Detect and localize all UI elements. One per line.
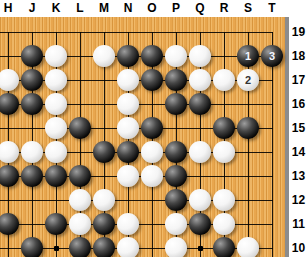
row-label-11: 11 — [289, 216, 308, 232]
row-label-14: 14 — [289, 144, 308, 160]
white-stone-R11 — [213, 213, 235, 235]
column-label-L: L — [68, 1, 92, 16]
row-label-10: 10 — [289, 240, 308, 256]
black-stone-R15 — [213, 117, 235, 139]
black-stone-O18 — [141, 45, 163, 67]
black-stone-T18: 3 — [261, 45, 283, 67]
go-game-screenshot: HJKLMNOPQRST 19181716151413121110 132 — [0, 0, 308, 257]
row-label-19: 19 — [289, 24, 308, 40]
column-label-R: R — [212, 1, 236, 16]
white-stone-L12 — [69, 189, 91, 211]
black-stone-M11 — [93, 213, 115, 235]
white-stone-N16 — [117, 93, 139, 115]
white-stone-K17 — [45, 69, 67, 91]
white-stone-N13 — [117, 165, 139, 187]
white-stone-J14 — [21, 141, 43, 163]
black-stone-Q11 — [189, 213, 211, 235]
black-stone-P13 — [165, 165, 187, 187]
white-stone-P18 — [165, 45, 187, 67]
black-stone-K11 — [45, 213, 67, 235]
black-stone-N18 — [117, 45, 139, 67]
black-stone-J16 — [21, 93, 43, 115]
white-stone-S17: 2 — [237, 69, 259, 91]
column-label-P: P — [164, 1, 188, 16]
star-point-K10 — [54, 246, 59, 251]
white-stone-K14 — [45, 141, 67, 163]
row-label-18: 18 — [289, 48, 308, 64]
black-stone-L13 — [69, 165, 91, 187]
black-stone-P16 — [165, 93, 187, 115]
black-stone-K13 — [45, 165, 67, 187]
black-stone-J17 — [21, 69, 43, 91]
white-stone-Q18 — [189, 45, 211, 67]
white-stone-P10 — [165, 237, 187, 257]
white-stone-M12 — [93, 189, 115, 211]
white-stone-N17 — [117, 69, 139, 91]
column-label-T: T — [260, 1, 284, 16]
white-stone-R12 — [213, 189, 235, 211]
black-stone-Q16 — [189, 93, 211, 115]
black-stone-J10 — [21, 237, 43, 257]
white-stone-N11 — [117, 213, 139, 235]
column-label-K: K — [44, 1, 68, 16]
black-stone-S15 — [237, 117, 259, 139]
white-stone-N15 — [117, 117, 139, 139]
white-stone-M18 — [93, 45, 115, 67]
row-label-13: 13 — [289, 168, 308, 184]
white-stone-K15 — [45, 117, 67, 139]
white-stone-P11 — [165, 213, 187, 235]
white-stone-K18 — [45, 45, 67, 67]
black-stone-L10 — [69, 237, 91, 257]
black-stone-P17 — [165, 69, 187, 91]
black-stone-R10 — [213, 237, 235, 257]
black-stone-O15 — [141, 117, 163, 139]
row-label-16: 16 — [289, 96, 308, 112]
column-label-N: N — [116, 1, 140, 16]
row-label-17: 17 — [289, 72, 308, 88]
black-stone-M14 — [93, 141, 115, 163]
column-label-Q: Q — [188, 1, 212, 16]
black-stone-M10 — [93, 237, 115, 257]
black-stone-P12 — [165, 189, 187, 211]
star-point-Q10 — [198, 246, 203, 251]
column-label-J: J — [20, 1, 44, 16]
white-stone-N10 — [117, 237, 139, 257]
white-stone-L11 — [69, 213, 91, 235]
white-stone-O14 — [141, 141, 163, 163]
column-label-M: M — [92, 1, 116, 16]
white-stone-R17 — [213, 69, 235, 91]
row-label-15: 15 — [289, 120, 308, 136]
black-stone-J13 — [21, 165, 43, 187]
white-stone-Q12 — [189, 189, 211, 211]
white-stone-O13 — [141, 165, 163, 187]
white-stone-S10 — [237, 237, 259, 257]
black-stone-L15 — [69, 117, 91, 139]
black-stone-S18: 1 — [237, 45, 259, 67]
black-stone-J18 — [21, 45, 43, 67]
white-stone-Q14 — [189, 141, 211, 163]
column-label-H: H — [0, 1, 20, 16]
black-stone-P14 — [165, 141, 187, 163]
white-stone-Q17 — [189, 69, 211, 91]
black-stone-N14 — [117, 141, 139, 163]
row-label-12: 12 — [289, 192, 308, 208]
white-stone-K16 — [45, 93, 67, 115]
column-label-S: S — [236, 1, 260, 16]
white-stone-R14 — [213, 141, 235, 163]
column-label-O: O — [140, 1, 164, 16]
black-stone-O17 — [141, 69, 163, 91]
